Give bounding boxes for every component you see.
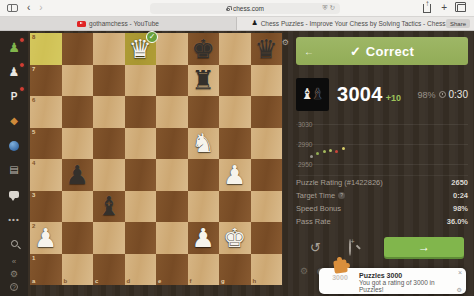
clock-icon — [439, 91, 446, 98]
tab-youtube-title: gothamchess - YouTube — [89, 20, 159, 27]
square-f7[interactable]: ♜ — [188, 65, 220, 97]
stat-value: 98% — [453, 204, 468, 213]
square-c6[interactable] — [93, 96, 125, 128]
puzzles-icon[interactable]: P — [4, 86, 24, 107]
rating-point-win — [342, 147, 345, 150]
square-c5[interactable] — [93, 128, 125, 160]
square-a7[interactable]: 7 — [30, 65, 62, 97]
rank-label: 3 — [32, 192, 35, 198]
retry-button[interactable]: ↺ — [310, 241, 321, 254]
square-a2[interactable]: 2♟ — [30, 222, 62, 254]
notification-badge — [19, 37, 25, 43]
collapse-icon[interactable]: « — [12, 257, 16, 266]
stat-row: Speed Bonus98% — [296, 202, 468, 215]
stat-label: Pass Rate — [296, 217, 331, 226]
square-h1[interactable]: h — [251, 254, 283, 286]
file-label: a — [32, 278, 35, 284]
square-f3[interactable] — [188, 191, 220, 223]
rating-delta: +10 — [386, 93, 401, 103]
square-e1[interactable]: e — [156, 254, 188, 286]
rank-label: 8 — [32, 34, 35, 40]
square-f4[interactable] — [188, 159, 220, 191]
social-icon[interactable] — [4, 184, 24, 205]
toast-settings-gear-icon[interactable]: ⚙ — [457, 287, 462, 293]
square-f1[interactable]: f — [188, 254, 220, 286]
black-queen-h8: ♛ — [255, 36, 278, 62]
square-d3[interactable] — [125, 191, 157, 223]
file-label: e — [158, 278, 161, 284]
square-h5[interactable] — [251, 128, 283, 160]
square-c2[interactable] — [93, 222, 125, 254]
square-a8[interactable]: 8 — [30, 33, 62, 65]
back-icon[interactable]: ‹ — [27, 3, 30, 13]
accuracy-percent: 98% — [418, 90, 436, 100]
back-arrow-icon[interactable]: ← — [304, 46, 314, 57]
more-icon[interactable]: ••• — [4, 209, 24, 230]
board-settings-gear-icon[interactable]: ⚙ — [282, 39, 289, 47]
square-e5[interactable] — [156, 128, 188, 160]
square-g6[interactable] — [219, 96, 251, 128]
square-h8[interactable]: ♛ — [251, 33, 283, 65]
file-label: h — [253, 278, 257, 284]
black-pawn-b4: ♟ — [66, 162, 89, 188]
square-d2[interactable] — [125, 222, 157, 254]
square-a3[interactable]: 3 — [30, 191, 62, 223]
rating-point-loss — [335, 150, 338, 153]
address-text: chess.com — [233, 5, 264, 12]
chess-board: 8♛✓♚♛7♜65♞4♟♟3♝2♟♟♚1abcdefgh — [30, 33, 282, 285]
square-e4[interactable] — [156, 159, 188, 191]
help-icon[interactable]: ? — [10, 283, 18, 292]
square-h7[interactable] — [251, 65, 283, 97]
magnifier-plus-icon — [349, 239, 351, 256]
square-e6[interactable] — [156, 96, 188, 128]
square-b2[interactable] — [62, 222, 94, 254]
square-d1[interactable]: d — [125, 254, 157, 286]
youtube-icon — [77, 21, 86, 27]
black-king-f8: ♚ — [192, 36, 215, 62]
notification-badge — [19, 62, 25, 68]
file-label: b — [64, 278, 68, 284]
stat-value: 36.0% — [447, 217, 468, 226]
square-c1[interactable]: c — [93, 254, 125, 286]
square-e3[interactable] — [156, 191, 188, 223]
correct-move-check-icon: ✓ — [146, 31, 158, 43]
file-label: g — [221, 278, 225, 284]
toast-body: You got a rating of 3000 in Puzzles! — [359, 279, 456, 295]
rating-point-win — [323, 150, 326, 153]
white-king-g2: ♚ — [223, 225, 246, 251]
file-label: c — [95, 278, 98, 284]
lock-icon — [226, 8, 230, 12]
rating-point-win — [316, 152, 319, 155]
play-icon[interactable]: ♟ — [4, 62, 24, 83]
square-e8[interactable] — [156, 33, 188, 65]
puzzle-avatar: ♝ ♝ — [296, 78, 329, 111]
forward-icon[interactable]: › — [39, 3, 42, 13]
file-label: f — [190, 278, 192, 284]
sidebar-toggle-icon[interactable] — [7, 4, 18, 12]
puzzles-3000-medal: 3000 — [324, 260, 356, 281]
square-c4[interactable] — [93, 159, 125, 191]
sidebar-nav: ♟♟P◆▤•••«⚙? — [0, 31, 28, 296]
square-b3[interactable] — [62, 191, 94, 223]
chart-gridline — [296, 144, 468, 145]
browser-toolbar: ‹ › chess.com ⛨ ↻ + — [0, 0, 474, 17]
check-icon: ✓ — [350, 44, 361, 59]
toast-close-icon[interactable]: × — [458, 269, 462, 276]
square-d4[interactable] — [125, 159, 157, 191]
white-pawn-a2: ♟ — [34, 225, 57, 251]
square-a5[interactable]: 5 — [30, 128, 62, 160]
file-label: d — [127, 278, 131, 284]
analysis-button[interactable] — [349, 241, 351, 254]
square-g2[interactable]: ♚ — [219, 222, 251, 254]
rank-label: 6 — [32, 97, 35, 103]
square-c8[interactable] — [93, 33, 125, 65]
square-g8[interactable] — [219, 33, 251, 65]
square-f8[interactable]: ♚ — [188, 33, 220, 65]
square-b7[interactable] — [62, 65, 94, 97]
screen: ‹ › chess.com ⛨ ↻ + gothamchess - YouTub… — [0, 0, 474, 296]
black-bishop-icon: ♝ — [311, 87, 324, 102]
rating-row: ♝ ♝ 3004 +10 98% 0:30 — [296, 78, 468, 111]
watch-icon[interactable] — [4, 135, 24, 156]
chart-tick-label: 2950 — [298, 161, 312, 168]
square-g4[interactable]: ♟ — [219, 159, 251, 191]
rank-label: 7 — [32, 66, 35, 72]
correct-label: Correct — [366, 44, 414, 59]
white-pawn-g4: ♟ — [223, 162, 246, 188]
rating-point-neutral — [310, 155, 313, 158]
learn-icon[interactable]: ◆ — [4, 111, 24, 132]
square-b5[interactable] — [62, 128, 94, 160]
square-b6[interactable] — [62, 96, 94, 128]
achievement-toast[interactable]: 3000 Puzzles 3000 You got a rating of 30… — [319, 268, 466, 294]
chart-gridline — [296, 164, 468, 165]
white-knight-f5: ♞ — [192, 130, 215, 156]
panel-footer-gear-icon[interactable]: ⚙ — [300, 267, 308, 276]
toast-title: Puzzles 3000 — [359, 272, 456, 279]
rating-point-win — [329, 149, 332, 152]
stat-row: Target Time?0:24 — [296, 189, 468, 202]
action-buttons: ↺ → — [296, 237, 468, 257]
next-puzzle-button[interactable]: → — [384, 237, 464, 257]
puzzle-stats: Puzzle Rating (#1422826)2650Target Time?… — [296, 175, 468, 228]
stat-row: Pass Rate36.0% — [296, 215, 468, 228]
rank-label: 2 — [32, 223, 35, 229]
square-a1[interactable]: 1a — [30, 254, 62, 286]
square-g1[interactable]: g — [219, 254, 251, 286]
settings-gear-icon[interactable]: ⚙ — [10, 270, 18, 279]
chart-tick-label: 3030 — [298, 121, 312, 128]
tab-overview-icon[interactable] — [457, 4, 466, 12]
square-a4[interactable]: 4 — [30, 159, 62, 191]
square-c3[interactable]: ♝ — [93, 191, 125, 223]
stat-label: Speed Bonus — [296, 204, 341, 213]
puzzle-piece-icon — [333, 259, 348, 274]
square-d5[interactable] — [125, 128, 157, 160]
square-f2[interactable]: ♟ — [188, 222, 220, 254]
square-d6[interactable] — [125, 96, 157, 128]
square-e2[interactable] — [156, 222, 188, 254]
stat-value: 0:24 — [453, 191, 468, 200]
rank-label: 5 — [32, 129, 35, 135]
tab-bar: gothamchess - YouTube ♟ Chess Puzzles - … — [0, 17, 474, 31]
square-h3[interactable] — [251, 191, 283, 223]
black-rook-f7: ♜ — [192, 67, 215, 93]
square-b1[interactable]: b — [62, 254, 94, 286]
square-a6[interactable]: 6 — [30, 96, 62, 128]
black-bishop-c3: ♝ — [97, 193, 120, 219]
square-d7[interactable] — [125, 65, 157, 97]
stat-row: Puzzle Rating (#1422826)2650 — [296, 176, 468, 189]
puzzle-panel: ← ✓ Correct ♝ ♝ 3004 +10 98% 0:30 — [290, 31, 474, 296]
board-area: 8♛✓♚♛7♜65♞4♟♟3♝2♟♟♚1abcdefgh ⚙ — [28, 31, 290, 296]
square-b8[interactable] — [62, 33, 94, 65]
sidebar-bottom: «⚙? — [0, 257, 28, 292]
rank-label: 1 — [32, 255, 35, 261]
chesscom-logo-icon[interactable]: ♟ — [4, 37, 24, 58]
pawn-favicon: ♟ — [251, 20, 257, 27]
tab-share-button[interactable]: Share — [446, 19, 470, 28]
notification-badge — [19, 86, 25, 92]
search-icon[interactable] — [4, 233, 24, 254]
tab-youtube[interactable]: gothamchess - YouTube — [0, 17, 237, 30]
square-f5[interactable]: ♞ — [188, 128, 220, 160]
square-c7[interactable] — [93, 65, 125, 97]
square-b4[interactable]: ♟ — [62, 159, 94, 191]
solve-time: 0:30 — [449, 89, 468, 100]
stat-label: Target Time? — [296, 191, 345, 200]
square-h6[interactable] — [251, 96, 283, 128]
medal-label: 3000 — [324, 274, 356, 281]
new-tab-icon[interactable]: + — [441, 2, 447, 13]
correct-banner: ← ✓ Correct — [296, 37, 468, 65]
square-f6[interactable] — [188, 96, 220, 128]
rank-label: 4 — [32, 160, 35, 166]
rating-chart: 303029902950 — [296, 119, 468, 169]
square-g7[interactable] — [219, 65, 251, 97]
tab-chess-title: Chess Puzzles - Improve Your Chess by So… — [261, 20, 460, 27]
stat-label: Puzzle Rating (#1422826) — [296, 178, 383, 187]
rating-value: 3004 — [337, 83, 383, 106]
square-g5[interactable] — [219, 128, 251, 160]
address-bar[interactable]: chess.com ⛨ ↻ — [150, 3, 340, 14]
square-h2[interactable] — [251, 222, 283, 254]
square-e7[interactable] — [156, 65, 188, 97]
white-pawn-f2: ♟ — [192, 225, 215, 251]
stat-value: 2650 — [451, 178, 468, 187]
square-h4[interactable] — [251, 159, 283, 191]
share-icon[interactable] — [423, 4, 431, 13]
chart-tick-label: 2990 — [298, 141, 312, 148]
news-icon[interactable]: ▤ — [4, 160, 24, 181]
tab-chess-puzzles[interactable]: ♟ Chess Puzzles - Improve Your Chess by … — [237, 17, 474, 30]
info-icon[interactable]: ? — [338, 192, 345, 199]
square-g3[interactable] — [219, 191, 251, 223]
chart-gridline — [296, 124, 468, 125]
reload-icon[interactable]: ⛨ ↻ — [323, 4, 335, 12]
square-d8[interactable]: ♛✓ — [125, 33, 157, 65]
